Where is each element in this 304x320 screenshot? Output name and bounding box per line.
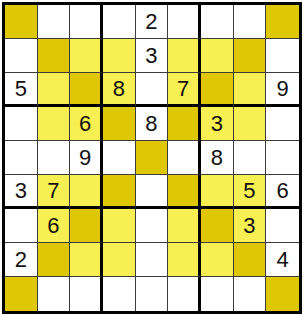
cell-r6c4[interactable] — [103, 175, 136, 209]
cell-r1c9[interactable] — [266, 5, 299, 39]
cell-r2c5-given-3[interactable]: 3 — [136, 39, 169, 73]
cell-r7c5[interactable] — [136, 209, 169, 243]
cell-r6c2-given-7[interactable]: 7 — [38, 175, 71, 209]
cell-r1c2[interactable] — [38, 5, 71, 39]
cell-r8c3[interactable] — [70, 243, 103, 277]
cell-r3c4-given-8[interactable]: 8 — [103, 73, 136, 107]
cell-r8c7[interactable] — [201, 243, 234, 277]
cell-r4c2[interactable] — [38, 107, 71, 141]
cell-r1c5-given-2[interactable]: 2 — [136, 5, 169, 39]
cell-r5c6[interactable] — [168, 141, 201, 175]
cell-r3c3[interactable] — [70, 73, 103, 107]
cell-r2c8[interactable] — [234, 39, 267, 73]
cell-r2c1[interactable] — [5, 39, 38, 73]
cell-r1c6[interactable] — [168, 5, 201, 39]
cell-r1c4[interactable] — [103, 5, 136, 39]
cell-r4c4[interactable] — [103, 107, 136, 141]
cell-r5c9[interactable] — [266, 141, 299, 175]
cell-r6c6[interactable] — [168, 175, 201, 209]
cell-r7c2-given-6[interactable]: 6 — [38, 209, 71, 243]
cell-r5c2[interactable] — [38, 141, 71, 175]
cell-r7c7[interactable] — [201, 209, 234, 243]
cell-r3c7[interactable] — [201, 73, 234, 107]
cell-r9c2[interactable] — [38, 277, 71, 311]
cell-r7c1[interactable] — [5, 209, 38, 243]
cell-r6c1-given-3[interactable]: 3 — [5, 175, 38, 209]
cell-r7c4[interactable] — [103, 209, 136, 243]
cell-r7c9[interactable] — [266, 209, 299, 243]
cell-r2c4[interactable] — [103, 39, 136, 73]
cell-r2c3[interactable] — [70, 39, 103, 73]
cell-r3c2[interactable] — [38, 73, 71, 107]
cell-r9c6[interactable] — [168, 277, 201, 311]
cell-r6c3[interactable] — [70, 175, 103, 209]
cell-r6c7[interactable] — [201, 175, 234, 209]
cell-r1c8[interactable] — [234, 5, 267, 39]
sudoku-board: 2358796839837566324 — [2, 2, 302, 314]
page: { "game": "sudoku", "variant": "Hyper Su… — [0, 0, 304, 320]
cell-r7c3[interactable] — [70, 209, 103, 243]
cell-r9c8[interactable] — [234, 277, 267, 311]
cell-r8c9-given-4[interactable]: 4 — [266, 243, 299, 277]
cell-r9c1[interactable] — [5, 277, 38, 311]
cell-r6c5[interactable] — [136, 175, 169, 209]
cell-r2c2[interactable] — [38, 39, 71, 73]
cell-r3c8[interactable] — [234, 73, 267, 107]
cell-r8c4[interactable] — [103, 243, 136, 277]
cell-r3c6-given-7[interactable]: 7 — [168, 73, 201, 107]
cell-r3c5[interactable] — [136, 73, 169, 107]
cell-r8c2[interactable] — [38, 243, 71, 277]
cell-r3c1-given-5[interactable]: 5 — [5, 73, 38, 107]
cell-r4c7-given-3[interactable]: 3 — [201, 107, 234, 141]
cell-r2c9[interactable] — [266, 39, 299, 73]
cell-r9c5[interactable] — [136, 277, 169, 311]
cell-r5c3-given-9[interactable]: 9 — [70, 141, 103, 175]
cell-r8c8[interactable] — [234, 243, 267, 277]
cell-r1c1[interactable] — [5, 5, 38, 39]
cell-r4c3-given-6[interactable]: 6 — [70, 107, 103, 141]
cell-r6c9-given-6[interactable]: 6 — [266, 175, 299, 209]
cell-r4c9[interactable] — [266, 107, 299, 141]
cell-r5c8[interactable] — [234, 141, 267, 175]
cell-r8c6[interactable] — [168, 243, 201, 277]
cell-r9c3[interactable] — [70, 277, 103, 311]
cell-r3c9-given-9[interactable]: 9 — [266, 73, 299, 107]
cell-r8c1-given-2[interactable]: 2 — [5, 243, 38, 277]
cell-r5c4[interactable] — [103, 141, 136, 175]
cell-r1c3[interactable] — [70, 5, 103, 39]
cell-r9c4[interactable] — [103, 277, 136, 311]
cell-r4c5-given-8[interactable]: 8 — [136, 107, 169, 141]
cell-r6c8-given-5[interactable]: 5 — [234, 175, 267, 209]
cell-r4c6[interactable] — [168, 107, 201, 141]
cell-r2c6[interactable] — [168, 39, 201, 73]
cell-r5c7-given-8[interactable]: 8 — [201, 141, 234, 175]
cell-r1c7[interactable] — [201, 5, 234, 39]
cell-r9c7[interactable] — [201, 277, 234, 311]
cell-r5c1[interactable] — [5, 141, 38, 175]
cell-r2c7[interactable] — [201, 39, 234, 73]
cell-r7c8-given-3[interactable]: 3 — [234, 209, 267, 243]
cell-r4c1[interactable] — [5, 107, 38, 141]
cell-r8c5[interactable] — [136, 243, 169, 277]
cell-r7c6[interactable] — [168, 209, 201, 243]
cell-r4c8[interactable] — [234, 107, 267, 141]
cell-r5c5[interactable] — [136, 141, 169, 175]
cell-r9c9[interactable] — [266, 277, 299, 311]
